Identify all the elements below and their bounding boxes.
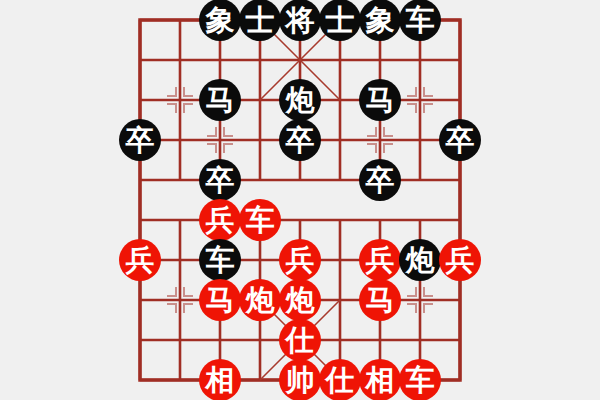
piece-black-general[interactable]: 将	[279, 0, 321, 41]
xiangqi-board[interactable]: 象士将士象车马炮马卒卒卒卒卒兵车兵车兵兵炮兵马炮炮马仕相帅仕相车	[120, 0, 480, 400]
piece-black-elephant[interactable]: 象	[199, 0, 241, 41]
piece-black-pawn[interactable]: 卒	[359, 159, 401, 201]
piece-red-pawn[interactable]: 兵	[439, 239, 481, 281]
piece-red-cannon[interactable]: 炮	[279, 279, 321, 321]
piece-red-advisor[interactable]: 仕	[319, 359, 361, 400]
piece-red-king[interactable]: 帅	[279, 359, 321, 400]
piece-red-cannon[interactable]: 炮	[239, 279, 281, 321]
piece-red-advisor[interactable]: 仕	[279, 319, 321, 361]
piece-black-pawn[interactable]: 卒	[119, 119, 161, 161]
piece-black-horse[interactable]: 马	[359, 79, 401, 121]
piece-red-elephant[interactable]: 相	[359, 359, 401, 400]
piece-black-chariot[interactable]: 车	[199, 239, 241, 281]
piece-black-advisor[interactable]: 士	[319, 0, 361, 41]
piece-red-pawn[interactable]: 兵	[119, 239, 161, 281]
piece-black-advisor[interactable]: 士	[239, 0, 281, 41]
piece-black-chariot[interactable]: 车	[399, 0, 441, 41]
piece-black-elephant[interactable]: 象	[359, 0, 401, 41]
piece-black-cannon[interactable]: 炮	[399, 239, 441, 281]
piece-black-pawn[interactable]: 卒	[439, 119, 481, 161]
piece-red-chariot[interactable]: 车	[399, 359, 441, 400]
piece-red-horse[interactable]: 马	[359, 279, 401, 321]
piece-red-pawn[interactable]: 兵	[359, 239, 401, 281]
piece-red-chariot[interactable]: 车	[239, 199, 281, 241]
piece-black-cannon[interactable]: 炮	[279, 79, 321, 121]
piece-red-elephant[interactable]: 相	[199, 359, 241, 400]
xiangqi-app: 象士将士象车马炮马卒卒卒卒卒兵车兵车兵兵炮兵马炮炮马仕相帅仕相车	[0, 0, 600, 400]
piece-red-horse[interactable]: 马	[199, 279, 241, 321]
piece-black-horse[interactable]: 马	[199, 79, 241, 121]
piece-red-pawn[interactable]: 兵	[199, 199, 241, 241]
piece-black-pawn[interactable]: 卒	[279, 119, 321, 161]
piece-red-pawn[interactable]: 兵	[279, 239, 321, 281]
piece-black-pawn[interactable]: 卒	[199, 159, 241, 201]
